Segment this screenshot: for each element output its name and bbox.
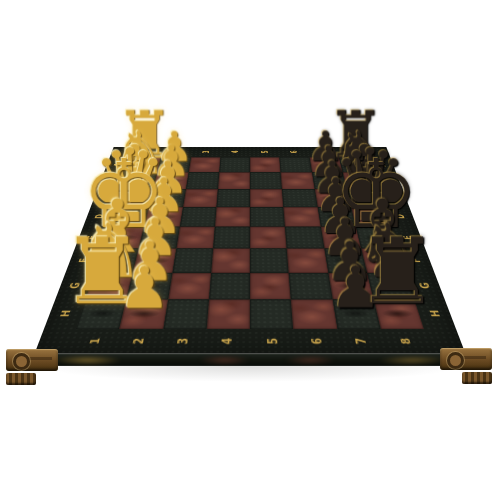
square-f4[interactable] bbox=[211, 249, 250, 273]
piece-white-pawn-h2[interactable]: ♟ bbox=[87, 256, 202, 314]
chessboard: AABBCCDDEEFFGGHH1122334455667788♜♟♟♜♞♟♟♞… bbox=[34, 147, 465, 354]
rook-icon: ♜ bbox=[340, 227, 455, 318]
red-square-reflection bbox=[198, 355, 250, 365]
square-d4[interactable] bbox=[215, 207, 250, 227]
bronze-foot-right-icon bbox=[440, 348, 492, 386]
label-rank-5-far: 5 bbox=[260, 150, 269, 153]
square-g5[interactable] bbox=[250, 273, 291, 300]
label-rank-2-near: 2 bbox=[131, 337, 146, 344]
chess-set-photo: AABBCCDDEEFFGGHH1122334455667788♜♟♟♜♞♟♟♞… bbox=[0, 0, 500, 500]
label-rank-8-near: 8 bbox=[398, 337, 414, 344]
square-g4[interactable] bbox=[209, 273, 250, 300]
label-rank-4-far: 4 bbox=[231, 150, 240, 153]
square-b4[interactable] bbox=[218, 172, 250, 189]
square-b5[interactable] bbox=[250, 172, 282, 189]
foot-volute bbox=[6, 349, 58, 371]
label-rank-4-near: 4 bbox=[221, 337, 235, 344]
label-rank-5-near: 5 bbox=[265, 337, 279, 344]
gold-reflection bbox=[377, 355, 448, 365]
label-rank-1-near: 1 bbox=[86, 337, 102, 344]
foot-plinth bbox=[462, 372, 492, 384]
bronze-foot-left-icon bbox=[6, 349, 58, 387]
square-d5[interactable] bbox=[250, 207, 285, 227]
square-a4[interactable] bbox=[219, 157, 250, 172]
red-square-reflection bbox=[284, 355, 336, 365]
board-slab: AABBCCDDEEFFGGHH1122334455667788♜♟♟♜♞♟♟♞… bbox=[34, 147, 465, 354]
square-h4[interactable] bbox=[206, 299, 250, 329]
label-rank-7-near: 7 bbox=[354, 337, 369, 344]
label-rank-6-near: 6 bbox=[309, 337, 324, 344]
board-front-edge bbox=[34, 354, 465, 366]
foot-plinth bbox=[6, 373, 36, 385]
square-c4[interactable] bbox=[216, 189, 250, 207]
piece-black-rook-h8[interactable]: ♜ bbox=[340, 222, 455, 313]
square-e4[interactable] bbox=[213, 227, 250, 249]
square-f5[interactable] bbox=[250, 249, 289, 273]
foot-volute bbox=[440, 348, 492, 370]
square-e5[interactable] bbox=[250, 227, 287, 249]
label-rank-3-near: 3 bbox=[176, 337, 191, 344]
gold-reflection bbox=[52, 355, 123, 365]
square-h5[interactable] bbox=[250, 299, 294, 329]
square-c5[interactable] bbox=[250, 189, 284, 207]
square-a5[interactable] bbox=[250, 157, 281, 172]
pawn-icon: ♟ bbox=[87, 259, 202, 317]
